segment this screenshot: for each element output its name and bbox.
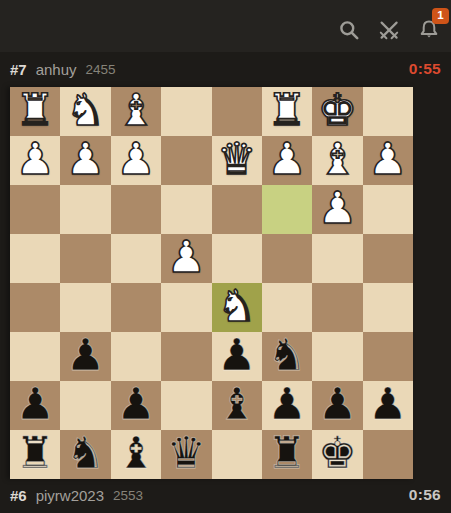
square: ♝ [312, 136, 362, 185]
piece-white-pawn: ♟ [318, 186, 357, 230]
square [212, 87, 262, 136]
square: ♟ [161, 234, 211, 283]
player-bottom-clock: 0:56 [409, 486, 441, 504]
piece-white-rook: ♜ [267, 88, 306, 132]
piece-white-bishop: ♝ [116, 88, 155, 132]
square [111, 283, 161, 332]
piece-white-pawn: ♟ [116, 137, 155, 181]
player-bar-top: #7 anhuy 2455 0:55 [0, 55, 451, 83]
app-window: 1 #7 anhuy 2455 0:55 ♜♞♝♜♚♟♟♟♛♟♝♟♟♟♞♟♟♞♟… [0, 0, 451, 513]
square: ♚ [312, 430, 362, 479]
piece-white-knight: ♞ [217, 284, 256, 328]
square [363, 430, 413, 479]
square [60, 234, 110, 283]
square [262, 234, 312, 283]
piece-black-pawn: ♟ [15, 382, 54, 426]
square: ♜ [10, 430, 60, 479]
square: ♟ [312, 185, 362, 234]
square [161, 185, 211, 234]
square [212, 430, 262, 479]
square: ♟ [60, 332, 110, 381]
piece-black-pawn: ♟ [368, 382, 407, 426]
piece-black-pawn: ♟ [116, 382, 155, 426]
square [262, 185, 312, 234]
square [111, 234, 161, 283]
square: ♟ [363, 381, 413, 430]
square [161, 283, 211, 332]
square [10, 234, 60, 283]
search-icon [337, 18, 361, 42]
piece-white-pawn: ♟ [267, 137, 306, 181]
square [161, 332, 211, 381]
square [212, 234, 262, 283]
top-bar: 1 [0, 0, 451, 52]
square: ♟ [262, 381, 312, 430]
piece-black-knight: ♞ [267, 333, 306, 377]
piece-white-knight: ♞ [66, 88, 105, 132]
piece-black-queen: ♛ [167, 431, 206, 475]
square: ♞ [60, 430, 110, 479]
piece-black-bishop: ♝ [217, 382, 256, 426]
square: ♟ [60, 136, 110, 185]
piece-white-pawn: ♟ [368, 137, 407, 181]
square [111, 332, 161, 381]
piece-white-pawn: ♟ [15, 137, 54, 181]
piece-black-pawn: ♟ [66, 333, 105, 377]
square: ♟ [312, 381, 362, 430]
square [60, 185, 110, 234]
piece-white-king: ♚ [318, 88, 357, 132]
piece-white-pawn: ♟ [66, 137, 105, 181]
piece-black-bishop: ♝ [116, 431, 155, 475]
square [161, 87, 211, 136]
player-top-rating: 2455 [86, 62, 116, 77]
player-top-clock: 0:55 [409, 60, 441, 78]
square [363, 332, 413, 381]
player-bar-bottom: #6 piyrw2023 2553 0:56 [0, 481, 451, 509]
square: ♟ [111, 136, 161, 185]
square: ♞ [262, 332, 312, 381]
piece-black-pawn: ♟ [217, 333, 256, 377]
chess-board[interactable]: ♜♞♝♜♚♟♟♟♛♟♝♟♟♟♞♟♟♞♟♟♝♟♟♟♜♞♝♛♜♚ [10, 87, 413, 479]
square [363, 283, 413, 332]
piece-black-rook: ♜ [267, 431, 306, 475]
player-top-name[interactable]: anhuy [36, 61, 77, 78]
search-button[interactable] [337, 18, 361, 42]
square [161, 381, 211, 430]
square: ♛ [161, 430, 211, 479]
player-top-rank: #7 [10, 61, 27, 78]
piece-white-bishop: ♝ [318, 137, 357, 181]
piece-black-pawn: ♟ [267, 382, 306, 426]
square: ♟ [212, 332, 262, 381]
square: ♝ [111, 430, 161, 479]
square [212, 185, 262, 234]
piece-black-knight: ♞ [66, 431, 105, 475]
piece-black-rook: ♜ [15, 431, 54, 475]
piece-black-pawn: ♟ [318, 382, 357, 426]
crossed-swords-icon [377, 18, 401, 42]
notifications-button[interactable]: 1 [417, 18, 441, 42]
square: ♜ [262, 430, 312, 479]
square [10, 185, 60, 234]
square [363, 234, 413, 283]
square [10, 332, 60, 381]
square: ♟ [10, 136, 60, 185]
player-bottom-name[interactable]: piyrw2023 [36, 487, 104, 504]
piece-black-king: ♚ [318, 431, 357, 475]
piece-white-pawn: ♟ [167, 235, 206, 279]
square: ♟ [111, 381, 161, 430]
square [111, 185, 161, 234]
square [10, 283, 60, 332]
square: ♟ [10, 381, 60, 430]
player-bottom-rank: #6 [10, 487, 27, 504]
square: ♞ [60, 87, 110, 136]
tv-games-button[interactable] [377, 18, 401, 42]
square: ♟ [262, 136, 312, 185]
square [262, 283, 312, 332]
header-icons: 1 [337, 18, 441, 42]
square [363, 87, 413, 136]
square: ♛ [212, 136, 262, 185]
square: ♜ [10, 87, 60, 136]
notification-badge: 1 [432, 8, 449, 24]
piece-white-rook: ♜ [15, 88, 54, 132]
square [312, 234, 362, 283]
player-bottom-rating: 2553 [113, 488, 143, 503]
square: ♞ [212, 283, 262, 332]
square: ♝ [212, 381, 262, 430]
square [312, 283, 362, 332]
square [161, 136, 211, 185]
square: ♟ [363, 136, 413, 185]
square: ♚ [312, 87, 362, 136]
square: ♜ [262, 87, 312, 136]
square [60, 283, 110, 332]
piece-white-queen: ♛ [217, 137, 256, 181]
square [60, 381, 110, 430]
square: ♝ [111, 87, 161, 136]
square [363, 185, 413, 234]
square [312, 332, 362, 381]
